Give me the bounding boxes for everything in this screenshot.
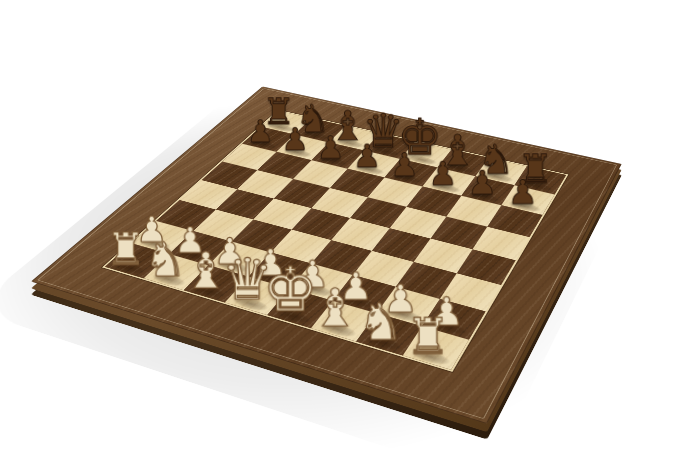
white-rook: ♜ xyxy=(405,312,449,361)
white-bishop: ♝ xyxy=(311,281,358,333)
white-knight: ♞ xyxy=(357,296,403,347)
black-pawn: ♟ xyxy=(428,158,457,190)
black-pawn: ♟ xyxy=(390,149,419,181)
square-h4[interactable] xyxy=(457,249,516,285)
black-pawn: ♟ xyxy=(507,176,537,209)
black-pawn: ♟ xyxy=(316,133,344,164)
black-pawn: ♟ xyxy=(246,117,273,147)
black-pawn: ♟ xyxy=(353,141,381,172)
chess-set-photo: ♜♞♝♛♚♝♞♜♟♟♟♟♟♟♟♟♟♟♟♟♟♟♟♟♜♞♝♛♚♝♞♜ xyxy=(0,0,700,468)
white-king: ♚ xyxy=(262,259,317,320)
white-knight: ♞ xyxy=(144,236,186,283)
black-pawn: ♟ xyxy=(281,124,309,155)
white-rook: ♜ xyxy=(106,227,146,271)
black-pawn: ♟ xyxy=(467,167,496,200)
perspective-wrapper: ♜♞♝♛♚♝♞♜♟♟♟♟♟♟♟♟♟♟♟♟♟♟♟♟♜♞♝♛♚♝♞♜ xyxy=(0,0,700,468)
square-h5[interactable] xyxy=(472,227,529,261)
chess-board: ♜♞♝♛♚♝♞♜♟♟♟♟♟♟♟♟♟♟♟♟♟♟♟♟♜♞♝♛♚♝♞♜ xyxy=(31,86,622,423)
